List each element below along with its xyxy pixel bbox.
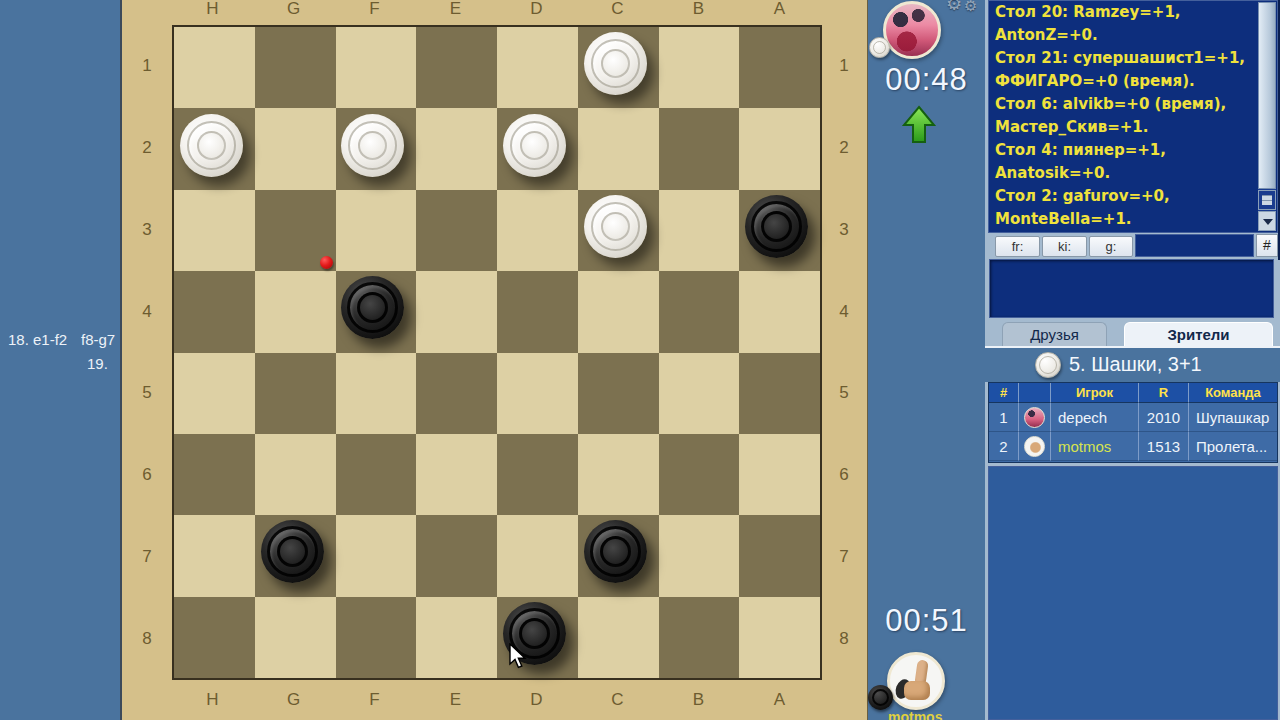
move-list-panel: 18. e1-f2 f8-g7 19.: [0, 0, 120, 720]
square-f5[interactable]: [336, 353, 417, 434]
players-strip: ⚙ ⚙ 00:48 00:51 motmos: [868, 0, 985, 720]
square-g5[interactable]: [255, 353, 336, 434]
square-g6[interactable]: [255, 434, 336, 515]
coordinate-label: G: [253, 0, 334, 19]
square-h1[interactable]: [174, 27, 255, 108]
table-header-cell: R: [1139, 383, 1189, 403]
square-b2[interactable]: [659, 108, 740, 189]
top-player-avatar[interactable]: [883, 1, 941, 59]
coordinate-label: 6: [123, 434, 171, 516]
coordinate-label: E: [415, 0, 496, 19]
fr-button[interactable]: fr:: [995, 236, 1040, 257]
gear-icon[interactable]: ⚙: [964, 0, 977, 15]
chat-line: Стол 21: супершашист1=+1,: [995, 47, 1255, 70]
coordinate-label: 8: [123, 598, 171, 680]
coordinate-label: 5: [123, 353, 171, 435]
white-piece-badge: [869, 37, 890, 58]
hash-button[interactable]: #: [1256, 234, 1278, 257]
ranks-left: 12345678: [123, 25, 171, 680]
square-b3[interactable]: [659, 190, 740, 271]
square-d5[interactable]: [497, 353, 578, 434]
top-player-clock: 00:48: [870, 62, 983, 98]
table-row-number[interactable]: 1: [989, 403, 1019, 432]
square-d3[interactable]: [497, 190, 578, 271]
chat-message-input[interactable]: [989, 259, 1274, 318]
square-g2[interactable]: [255, 108, 336, 189]
square-c4[interactable]: [578, 271, 659, 352]
gear-icon[interactable]: ⚙: [946, 0, 962, 15]
coordinate-label: D: [496, 688, 577, 712]
coordinate-label: 4: [820, 271, 868, 353]
scroll-down-button[interactable]: [1258, 211, 1276, 231]
white-checker[interactable]: [503, 114, 566, 177]
square-g7[interactable]: [255, 515, 336, 596]
table-header-cell: #: [989, 383, 1019, 403]
bottom-player-avatar[interactable]: [887, 652, 945, 710]
board-grid: [172, 25, 822, 680]
coordinate-label: F: [334, 0, 415, 19]
square-h5[interactable]: [174, 353, 255, 434]
chat-line: Стол 6: alvikb=+0 (время),: [995, 93, 1255, 116]
square-g4[interactable]: [255, 271, 336, 352]
coordinate-label: 3: [820, 189, 868, 271]
coordinate-label: A: [739, 0, 820, 19]
square-c8[interactable]: [578, 597, 659, 678]
square-e2[interactable]: [416, 108, 497, 189]
chat-line: Стол 20: Ramzey=+1,: [995, 1, 1255, 24]
coordinate-label: E: [415, 688, 496, 712]
square-d1[interactable]: [497, 27, 578, 108]
mouse-cursor-icon: [509, 643, 529, 671]
table-row-number[interactable]: 2: [989, 432, 1019, 461]
chat-lines: Стол 20: Ramzey=+1,AntonZ=+0.Стол 21: су…: [995, 1, 1255, 232]
coordinate-label: A: [739, 688, 820, 712]
coordinate-label: B: [658, 0, 739, 19]
square-h3[interactable]: [174, 190, 255, 271]
square-b8[interactable]: [659, 597, 740, 678]
square-h7[interactable]: [174, 515, 255, 596]
chat-line: AntonZ=+0.: [995, 24, 1255, 47]
square-c7[interactable]: [578, 515, 659, 596]
square-f3[interactable]: [336, 190, 417, 271]
coordinate-label: B: [658, 688, 739, 712]
table-row-rating[interactable]: 1513: [1139, 432, 1189, 461]
square-b6[interactable]: [659, 434, 740, 515]
table-header-cell: [1019, 383, 1051, 403]
scrollbar-grip[interactable]: [1258, 190, 1276, 210]
table-row-rating[interactable]: 2010: [1139, 403, 1189, 432]
square-f6[interactable]: [336, 434, 417, 515]
coordinate-label: 2: [123, 107, 171, 189]
square-f4[interactable]: [336, 271, 417, 352]
coordinate-label: 6: [820, 434, 868, 516]
game-title: 5. Шашки, 3+1: [1069, 353, 1202, 376]
files-top: HGFEDCBA: [172, 0, 820, 19]
square-a1[interactable]: [739, 27, 820, 108]
chat-log[interactable]: Стол 20: Ramzey=+1,AntonZ=+0.Стол 21: су…: [988, 0, 1278, 233]
player-avatar-icon: [1024, 407, 1045, 428]
white-checker[interactable]: [584, 195, 647, 258]
coordinate-label: 7: [123, 516, 171, 598]
square-a7[interactable]: [739, 515, 820, 596]
black-checker[interactable]: [745, 195, 808, 258]
square-d4[interactable]: [497, 271, 578, 352]
table-header-cell: Игрок: [1051, 383, 1139, 403]
move-white: 18. e1-f2: [8, 331, 67, 348]
square-d7[interactable]: [497, 515, 578, 596]
toolbar-field[interactable]: [1135, 234, 1254, 257]
square-h8[interactable]: [174, 597, 255, 678]
square-e7[interactable]: [416, 515, 497, 596]
square-e4[interactable]: [416, 271, 497, 352]
black-checker[interactable]: [584, 520, 647, 583]
move-next-number: 19.: [87, 355, 108, 372]
square-c3[interactable]: [578, 190, 659, 271]
table-row-team[interactable]: Пролета...: [1189, 432, 1277, 461]
coordinate-label: 3: [123, 189, 171, 271]
bottom-player-clock: 00:51: [870, 603, 983, 639]
chat-scrollbar[interactable]: [1258, 2, 1276, 231]
table-row-player[interactable]: motmos: [1051, 432, 1139, 461]
square-c1[interactable]: [578, 27, 659, 108]
square-h4[interactable]: [174, 271, 255, 352]
tab-friends[interactable]: Друзья: [1002, 322, 1107, 347]
square-b7[interactable]: [659, 515, 740, 596]
coordinate-label: 8: [820, 598, 868, 680]
square-f7[interactable]: [336, 515, 417, 596]
ki-button[interactable]: ki:: [1042, 236, 1087, 257]
coordinate-label: 7: [820, 516, 868, 598]
square-a6[interactable]: [739, 434, 820, 515]
square-a2[interactable]: [739, 108, 820, 189]
square-e3[interactable]: [416, 190, 497, 271]
coordinate-label: 5: [820, 353, 868, 435]
spectators-list[interactable]: [988, 466, 1278, 720]
coordinate-label: C: [577, 0, 658, 19]
square-e8[interactable]: [416, 597, 497, 678]
square-b5[interactable]: [659, 353, 740, 434]
checker-icon: [1035, 352, 1061, 378]
table-row-avatar[interactable]: [1019, 432, 1051, 461]
player-avatar-icon: [1024, 436, 1045, 457]
square-c6[interactable]: [578, 434, 659, 515]
files-bottom: HGFEDCBA: [172, 688, 820, 712]
app-window: 18. e1-f2 f8-g7 19. HGFEDCBA HGFEDCBA 12…: [0, 0, 1280, 720]
square-g8[interactable]: [255, 597, 336, 678]
square-d2[interactable]: [497, 108, 578, 189]
square-f2[interactable]: [336, 108, 417, 189]
arrow-down-icon: [1263, 219, 1273, 225]
game-header: 5. Шашки, 3+1: [985, 348, 1280, 382]
turn-indicator-arrow-icon: [901, 105, 937, 145]
coordinate-label: 2: [820, 107, 868, 189]
chat-line: Стол 4: пиянер=+1,: [995, 139, 1255, 162]
square-c5[interactable]: [578, 353, 659, 434]
table-row-player[interactable]: depech: [1051, 403, 1139, 432]
coordinate-label: C: [577, 688, 658, 712]
black-piece-badge: [868, 685, 893, 710]
black-checker[interactable]: [341, 276, 404, 339]
square-g1[interactable]: [255, 27, 336, 108]
chat-line: Мастер_Скив=+1.: [995, 116, 1255, 139]
players-table: #ИгрокRКоманда1depech2010Шупашкар2motmos…: [988, 382, 1278, 463]
white-checker[interactable]: [584, 32, 647, 95]
coordinate-label: F: [334, 688, 415, 712]
table-row-avatar[interactable]: [1019, 403, 1051, 432]
chat-line: Стол 2: gafurov=+0,: [995, 185, 1255, 208]
move-marker-dot: [320, 256, 333, 269]
board-frame: HGFEDCBA HGFEDCBA 12345678 12345678: [120, 0, 868, 720]
square-b1[interactable]: [659, 27, 740, 108]
scrollbar-thumb[interactable]: [1258, 2, 1276, 189]
coordinate-label: G: [253, 688, 334, 712]
coordinate-label: 1: [123, 25, 171, 107]
coordinate-label: 4: [123, 271, 171, 353]
coordinate-label: H: [172, 688, 253, 712]
square-a5[interactable]: [739, 353, 820, 434]
black-checker[interactable]: [261, 520, 324, 583]
chat-line: Anatosik=+0.: [995, 162, 1255, 185]
coordinate-label: D: [496, 0, 577, 19]
coordinate-label: H: [172, 0, 253, 19]
coordinate-label: 1: [820, 25, 868, 107]
square-d6[interactable]: [497, 434, 578, 515]
chat-line: MonteBella=+1.: [995, 208, 1255, 231]
white-checker[interactable]: [341, 114, 404, 177]
right-panel: Стол 20: Ramzey=+1,AntonZ=+0.Стол 21: су…: [985, 0, 1280, 720]
tab-spectators[interactable]: Зрители: [1124, 322, 1273, 347]
square-b4[interactable]: [659, 271, 740, 352]
square-a3[interactable]: [739, 190, 820, 271]
g-button[interactable]: g:: [1089, 236, 1133, 257]
square-h2[interactable]: [174, 108, 255, 189]
square-f8[interactable]: [336, 597, 417, 678]
square-e5[interactable]: [416, 353, 497, 434]
white-checker[interactable]: [180, 114, 243, 177]
table-row-team[interactable]: Шупашкар: [1189, 403, 1277, 432]
square-a8[interactable]: [739, 597, 820, 678]
square-f1[interactable]: [336, 27, 417, 108]
thumbs-up-icon: [904, 681, 930, 700]
ranks-right: 12345678: [820, 25, 868, 680]
square-h6[interactable]: [174, 434, 255, 515]
square-a4[interactable]: [739, 271, 820, 352]
bottom-player-name: motmos: [888, 709, 942, 720]
square-c2[interactable]: [578, 108, 659, 189]
square-e1[interactable]: [416, 27, 497, 108]
chat-line: ФФИГАРО=+0 (время).: [995, 70, 1255, 93]
move-black: f8-g7: [81, 331, 115, 348]
square-e6[interactable]: [416, 434, 497, 515]
table-header-cell: Команда: [1189, 383, 1277, 403]
